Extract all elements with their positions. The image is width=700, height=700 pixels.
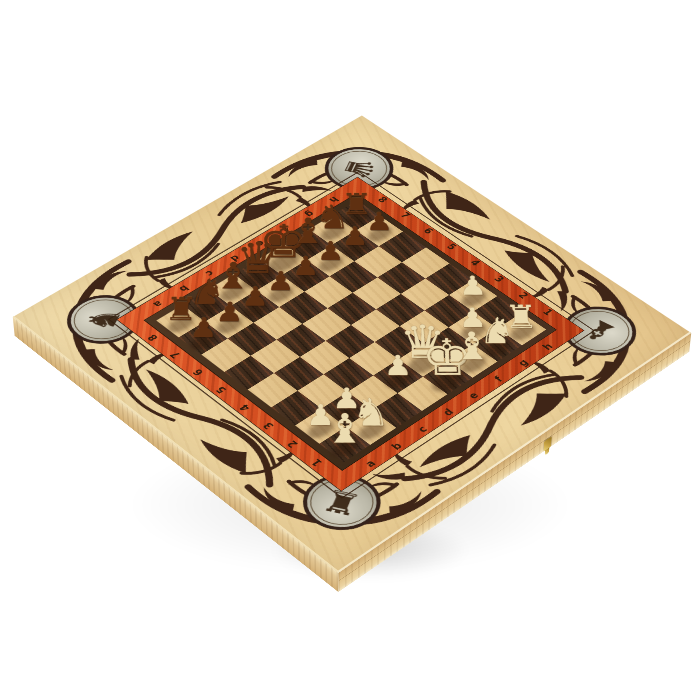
black-pawn-glyph: ♟	[215, 301, 244, 323]
black-pawn-glyph: ♟	[341, 226, 368, 247]
black-pawn-glyph: ♟	[241, 286, 270, 308]
brass-clasp	[542, 433, 554, 457]
black-pawn-glyph: ♟	[317, 241, 344, 262]
scene-3d: aabbccddeeffgghh1122334455667788 ♞♛♝♜ ♜♞…	[0, 0, 700, 700]
product-photo: aabbccddeeffgghh1122334455667788 ♞♛♝♜ ♜♞…	[0, 0, 700, 700]
black-pawn-glyph: ♟	[292, 255, 320, 276]
black-pawn-glyph: ♟	[366, 211, 393, 232]
chess-box: aabbccddeeffgghh1122334455667788 ♞♛♝♜ ♜♞…	[13, 115, 691, 573]
black-pawn-glyph: ♟	[267, 271, 295, 293]
white-pawn-glyph: ♟	[459, 275, 488, 297]
